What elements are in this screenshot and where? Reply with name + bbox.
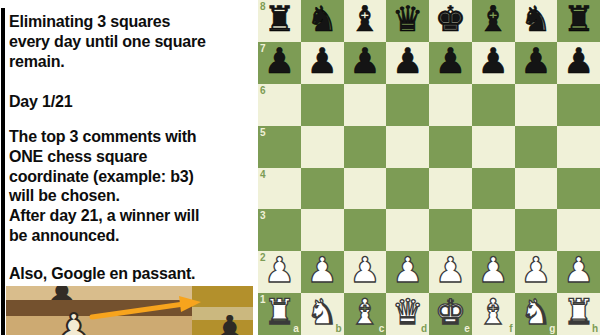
square-b1[interactable]: ♞b [301, 293, 344, 335]
square-g3[interactable] [515, 209, 558, 251]
piece-white-pawn: ♟ [392, 253, 423, 288]
square-g6[interactable] [515, 84, 558, 126]
rank-label-8: 8 [260, 2, 266, 12]
rank-label-7: 7 [260, 44, 266, 54]
square-f6[interactable] [472, 84, 515, 126]
square-c6[interactable] [344, 84, 387, 126]
en-passant-note: Also, Google en passant. [9, 264, 255, 284]
square-e2[interactable]: ♟ [429, 251, 472, 293]
square-g7[interactable]: ♟ [515, 42, 558, 84]
left-border-bar [1, 8, 5, 335]
rank-label-6: 6 [260, 86, 266, 96]
square-d5[interactable] [386, 126, 429, 168]
piece-black-pawn: ♟ [349, 44, 380, 79]
square-d1[interactable]: ♛d [386, 293, 429, 335]
square-f2[interactable]: ♟ [472, 251, 515, 293]
square-d3[interactable] [386, 209, 429, 251]
square-b7[interactable]: ♟ [301, 42, 344, 84]
square-g2[interactable]: ♟ [515, 251, 558, 293]
piece-black-pawn: ♟ [264, 44, 295, 79]
square-h3[interactable] [557, 209, 600, 251]
rank-label-2: 2 [260, 253, 266, 263]
square-d2[interactable]: ♟ [386, 251, 429, 293]
square-a5[interactable]: 5 [258, 126, 301, 168]
square-b2[interactable]: ♟ [301, 251, 344, 293]
square-e4[interactable] [429, 168, 472, 210]
square-g4[interactable] [515, 168, 558, 210]
piece-white-queen: ♛ [392, 295, 423, 330]
piece-black-rook: ♜ [563, 2, 594, 37]
piece-white-pawn: ♟ [264, 253, 295, 288]
square-f5[interactable] [472, 126, 515, 168]
square-f4[interactable] [472, 168, 515, 210]
square-g8[interactable]: ♞ [515, 0, 558, 42]
day-counter: Day 1/21 [9, 92, 255, 112]
square-f1[interactable]: ♝f [472, 293, 515, 335]
piece-black-rook: ♜ [264, 2, 295, 37]
piece-black-bishop: ♝ [477, 2, 508, 37]
square-f3[interactable] [472, 209, 515, 251]
square-c7[interactable]: ♟ [344, 42, 387, 84]
square-b3[interactable] [301, 209, 344, 251]
square-e5[interactable] [429, 126, 472, 168]
square-g5[interactable] [515, 126, 558, 168]
piece-black-pawn: ♟ [306, 44, 337, 79]
square-c5[interactable] [344, 126, 387, 168]
file-label-a: a [293, 324, 299, 334]
square-c4[interactable] [344, 168, 387, 210]
piece-white-king: ♚ [435, 295, 466, 330]
square-e3[interactable] [429, 209, 472, 251]
chess-board[interactable]: ♜8♞♝♛♚♝♞♜♟7♟♟♟♟♟♟♟6543♟2♟♟♟♟♟♟♟♜1a♞b♝c♛d… [258, 0, 600, 335]
piece-white-pawn: ♟ [435, 253, 466, 288]
square-b8[interactable]: ♞ [301, 0, 344, 42]
square-f8[interactable]: ♝ [472, 0, 515, 42]
piece-white-pawn: ♟ [306, 253, 337, 288]
piece-black-knight: ♞ [520, 2, 551, 37]
piece-white-rook: ♜ [563, 295, 594, 330]
file-label-f: f [509, 324, 512, 334]
file-label-b: b [335, 324, 341, 334]
piece-black-king: ♚ [435, 2, 466, 37]
square-e8[interactable]: ♚ [429, 0, 472, 42]
square-h1[interactable]: ♜h [557, 293, 600, 335]
square-h6[interactable] [557, 84, 600, 126]
rank-label-5: 5 [260, 128, 266, 138]
piece-black-pawn: ♟ [563, 44, 594, 79]
rules-text: The top 3 comments with ONE chess square… [9, 127, 255, 246]
square-h2[interactable]: ♟ [557, 251, 600, 293]
piece-white-bishop: ♝ [349, 295, 380, 330]
square-a8[interactable]: ♜8 [258, 0, 301, 42]
square-h7[interactable]: ♟ [557, 42, 600, 84]
square-b6[interactable] [301, 84, 344, 126]
file-label-d: d [421, 324, 427, 334]
piece-black-queen: ♛ [392, 2, 423, 37]
piece-black-knight: ♞ [306, 2, 337, 37]
square-b5[interactable] [301, 126, 344, 168]
piece-white-rook: ♜ [264, 295, 295, 330]
square-a6[interactable]: 6 [258, 84, 301, 126]
square-a4[interactable]: 4 [258, 168, 301, 210]
square-c3[interactable] [344, 209, 387, 251]
square-a3[interactable]: 3 [258, 209, 301, 251]
piece-white-pawn: ♟ [520, 253, 551, 288]
rank-label-1: 1 [260, 295, 266, 305]
square-d8[interactable]: ♛ [386, 0, 429, 42]
text-panel: Eliminating 3 squares every day until on… [0, 0, 258, 335]
file-label-e: e [464, 324, 470, 334]
square-a1[interactable]: ♜1a [258, 293, 301, 335]
piece-white-knight: ♞ [520, 295, 551, 330]
square-a2[interactable]: ♟2 [258, 251, 301, 293]
square-c8[interactable]: ♝ [344, 0, 387, 42]
square-e1[interactable]: ♚e [429, 293, 472, 335]
file-label-h: h [592, 324, 598, 334]
en-passant-photo: ♟ ♟ ♟ [6, 286, 253, 335]
square-a7[interactable]: ♟7 [258, 42, 301, 84]
piece-black-bishop: ♝ [349, 2, 380, 37]
piece-black-pawn: ♟ [520, 44, 551, 79]
file-label-c: c [379, 324, 385, 334]
post-image: Eliminating 3 squares every day until on… [0, 0, 600, 335]
piece-white-bishop: ♝ [477, 295, 508, 330]
square-h4[interactable] [557, 168, 600, 210]
piece-white-knight: ♞ [306, 295, 337, 330]
orange-arrow-icon [6, 286, 253, 335]
square-f7[interactable]: ♟ [472, 42, 515, 84]
square-h8[interactable]: ♜ [557, 0, 600, 42]
square-b4[interactable] [301, 168, 344, 210]
square-e6[interactable] [429, 84, 472, 126]
piece-black-pawn: ♟ [435, 44, 466, 79]
file-label-g: g [549, 324, 555, 334]
piece-white-pawn: ♟ [349, 253, 380, 288]
square-d6[interactable] [386, 84, 429, 126]
piece-black-pawn: ♟ [477, 44, 508, 79]
piece-white-pawn: ♟ [477, 253, 508, 288]
square-c2[interactable]: ♟ [344, 251, 387, 293]
square-h5[interactable] [557, 126, 600, 168]
square-d7[interactable]: ♟ [386, 42, 429, 84]
piece-black-pawn: ♟ [392, 44, 423, 79]
square-c1[interactable]: ♝c [344, 293, 387, 335]
square-e7[interactable]: ♟ [429, 42, 472, 84]
rank-label-4: 4 [260, 170, 266, 180]
rank-label-3: 3 [260, 211, 266, 221]
square-g1[interactable]: ♞g [515, 293, 558, 335]
square-d4[interactable] [386, 168, 429, 210]
piece-white-pawn: ♟ [563, 253, 594, 288]
intro-text: Eliminating 3 squares every day until on… [9, 12, 255, 71]
